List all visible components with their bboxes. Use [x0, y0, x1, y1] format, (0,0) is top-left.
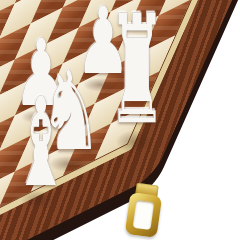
- chess-set-photo: ♟♟♞♜♝: [0, 0, 240, 240]
- white-rook: ♜: [107, 0, 166, 146]
- pieces-layer: ♟♟♞♜♝: [0, 0, 240, 240]
- white-bishop: ♝: [12, 81, 70, 204]
